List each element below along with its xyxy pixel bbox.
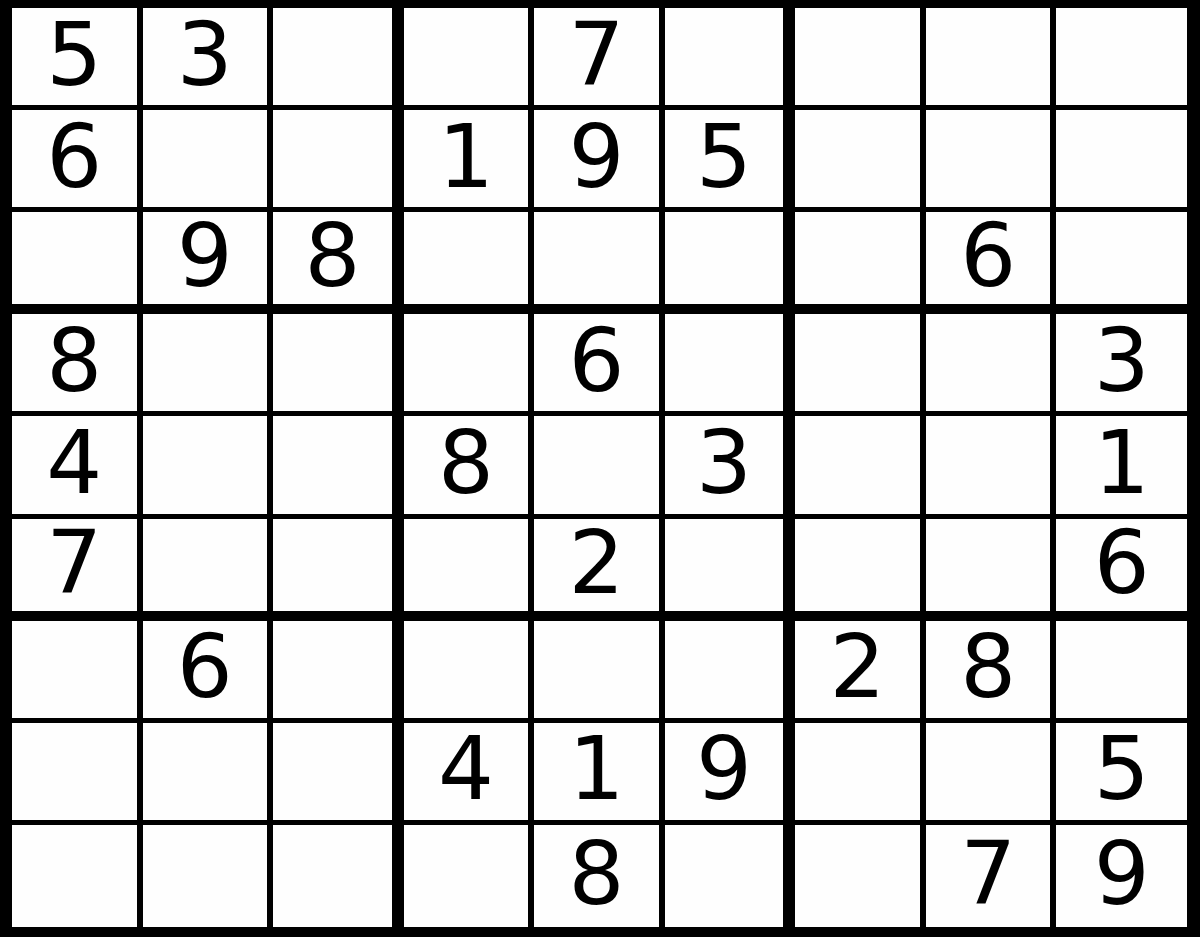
- cell-r4c7[interactable]: [795, 314, 926, 416]
- cell-r5c2[interactable]: [143, 416, 274, 518]
- cell-r9c6[interactable]: [665, 825, 796, 927]
- given-digit: 1: [568, 725, 624, 813]
- cell-r9c4[interactable]: [404, 825, 535, 927]
- cell-r9c1[interactable]: [12, 825, 143, 927]
- cell-r7c2[interactable]: 6: [143, 621, 274, 723]
- given-digit: 7: [46, 519, 102, 607]
- cell-r2c9[interactable]: [1056, 110, 1187, 212]
- cell-r3c5[interactable]: [534, 212, 665, 314]
- given-digit: 6: [46, 113, 102, 201]
- cell-r3c4[interactable]: [404, 212, 535, 314]
- cell-r7c8[interactable]: 8: [926, 621, 1057, 723]
- sudoku-board: 537619598686348317266284195879: [0, 0, 1200, 937]
- cell-r8c3[interactable]: [273, 723, 404, 825]
- cell-r8c2[interactable]: [143, 723, 274, 825]
- cell-r6c7[interactable]: [795, 519, 926, 621]
- cell-r8c4[interactable]: 4: [404, 723, 535, 825]
- cell-r6c1[interactable]: 7: [12, 519, 143, 621]
- cell-r5c6[interactable]: 3: [665, 416, 796, 518]
- given-digit: 3: [1094, 317, 1150, 405]
- cell-r6c5[interactable]: 2: [534, 519, 665, 621]
- cell-r7c3[interactable]: [273, 621, 404, 723]
- given-digit: 7: [568, 11, 624, 99]
- given-digit: 1: [438, 113, 494, 201]
- given-digit: 9: [177, 212, 233, 300]
- cell-r3c7[interactable]: [795, 212, 926, 314]
- cell-r4c4[interactable]: [404, 314, 535, 416]
- given-digit: 8: [960, 623, 1016, 711]
- cell-r7c7[interactable]: 2: [795, 621, 926, 723]
- given-digit: 1: [1094, 419, 1150, 507]
- cell-r7c4[interactable]: [404, 621, 535, 723]
- cell-r3c3[interactable]: 8: [273, 212, 404, 314]
- cell-r2c8[interactable]: [926, 110, 1057, 212]
- cell-r4c1[interactable]: 8: [12, 314, 143, 416]
- cell-r4c6[interactable]: [665, 314, 796, 416]
- given-digit: 8: [568, 830, 624, 918]
- cell-r7c1[interactable]: [12, 621, 143, 723]
- given-digit: 2: [830, 623, 886, 711]
- cell-r6c3[interactable]: [273, 519, 404, 621]
- given-digit: 6: [568, 317, 624, 405]
- cell-r1c5[interactable]: 7: [534, 8, 665, 110]
- given-digit: 3: [177, 11, 233, 99]
- cell-r3c1[interactable]: [12, 212, 143, 314]
- cell-r6c9[interactable]: 6: [1056, 519, 1187, 621]
- cell-r1c3[interactable]: [273, 8, 404, 110]
- given-digit: 5: [696, 113, 752, 201]
- given-digit: 4: [46, 419, 102, 507]
- given-digit: 9: [1094, 830, 1150, 918]
- cell-r7c5[interactable]: [534, 621, 665, 723]
- cell-r1c1[interactable]: 5: [12, 8, 143, 110]
- cell-r2c3[interactable]: [273, 110, 404, 212]
- cell-r9c9[interactable]: 9: [1056, 825, 1187, 927]
- cell-r8c9[interactable]: 5: [1056, 723, 1187, 825]
- cell-r1c6[interactable]: [665, 8, 796, 110]
- cell-r9c5[interactable]: 8: [534, 825, 665, 927]
- cell-r7c6[interactable]: [665, 621, 796, 723]
- cell-r2c5[interactable]: 9: [534, 110, 665, 212]
- cell-r2c2[interactable]: [143, 110, 274, 212]
- cell-r5c8[interactable]: [926, 416, 1057, 518]
- cell-r4c9[interactable]: 3: [1056, 314, 1187, 416]
- cell-r5c4[interactable]: 8: [404, 416, 535, 518]
- given-digit: 6: [1094, 519, 1150, 607]
- cell-r4c5[interactable]: 6: [534, 314, 665, 416]
- given-digit: 8: [46, 317, 102, 405]
- cell-r9c2[interactable]: [143, 825, 274, 927]
- cell-r2c7[interactable]: [795, 110, 926, 212]
- cell-r2c1[interactable]: 6: [12, 110, 143, 212]
- cell-r4c2[interactable]: [143, 314, 274, 416]
- cell-r8c1[interactable]: [12, 723, 143, 825]
- cell-r5c3[interactable]: [273, 416, 404, 518]
- cell-r3c2[interactable]: 9: [143, 212, 274, 314]
- given-digit: 7: [960, 830, 1016, 918]
- given-digit: 6: [177, 623, 233, 711]
- given-digit: 9: [696, 725, 752, 813]
- given-digit: 6: [960, 212, 1016, 300]
- cell-r5c1[interactable]: 4: [12, 416, 143, 518]
- cell-r8c5[interactable]: 1: [534, 723, 665, 825]
- given-digit: 3: [696, 419, 752, 507]
- cell-r8c7[interactable]: [795, 723, 926, 825]
- cell-r1c4[interactable]: [404, 8, 535, 110]
- cell-r1c8[interactable]: [926, 8, 1057, 110]
- cell-r1c2[interactable]: 3: [143, 8, 274, 110]
- cell-r7c9[interactable]: [1056, 621, 1187, 723]
- cell-r1c9[interactable]: [1056, 8, 1187, 110]
- cell-r5c7[interactable]: [795, 416, 926, 518]
- cell-r6c8[interactable]: [926, 519, 1057, 621]
- cell-r2c6[interactable]: 5: [665, 110, 796, 212]
- cell-r6c4[interactable]: [404, 519, 535, 621]
- given-digit: 4: [438, 725, 494, 813]
- cell-r3c6[interactable]: [665, 212, 796, 314]
- given-digit: 2: [568, 519, 624, 607]
- cell-r5c5[interactable]: [534, 416, 665, 518]
- cell-r8c8[interactable]: [926, 723, 1057, 825]
- cell-r5c9[interactable]: 1: [1056, 416, 1187, 518]
- cell-r8c6[interactable]: 9: [665, 723, 796, 825]
- given-digit: 5: [1094, 725, 1150, 813]
- cell-r9c3[interactable]: [273, 825, 404, 927]
- cell-r6c2[interactable]: [143, 519, 274, 621]
- given-digit: 8: [438, 419, 494, 507]
- given-digit: 5: [46, 11, 102, 99]
- given-digit: 9: [568, 113, 624, 201]
- cell-r3c9[interactable]: [1056, 212, 1187, 314]
- sudoku-page: 537619598686348317266284195879: [0, 0, 1200, 937]
- cell-r9c8[interactable]: 7: [926, 825, 1057, 927]
- cell-r4c3[interactable]: [273, 314, 404, 416]
- cell-r2c4[interactable]: 1: [404, 110, 535, 212]
- cell-r3c8[interactable]: 6: [926, 212, 1057, 314]
- cell-r1c7[interactable]: [795, 8, 926, 110]
- cell-r4c8[interactable]: [926, 314, 1057, 416]
- cell-r6c6[interactable]: [665, 519, 796, 621]
- given-digit: 8: [304, 212, 360, 300]
- cell-r9c7[interactable]: [795, 825, 926, 927]
